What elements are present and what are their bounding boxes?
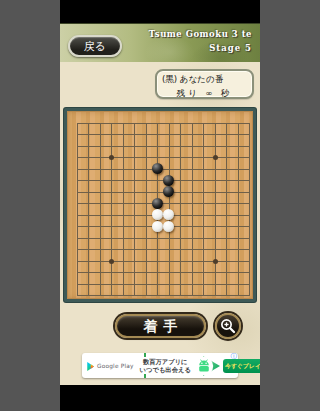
ad-divider-dash-bottom — [144, 374, 146, 378]
magnifier-plus-icon — [217, 317, 239, 335]
white-stone — [152, 221, 163, 232]
grid-line-vertical — [192, 123, 193, 296]
grid-line-horizontal — [77, 146, 250, 147]
grid-line-vertical — [100, 123, 101, 296]
grid-line-horizontal — [77, 284, 250, 285]
grid-line-vertical — [215, 123, 216, 296]
grid-line-horizontal — [77, 272, 250, 273]
grid-line-horizontal — [77, 169, 250, 170]
game-title: Tsume Gomoku 3 te — [149, 29, 252, 39]
grid-line-horizontal — [77, 249, 250, 250]
grid-line-vertical — [134, 123, 135, 296]
grid-line-vertical — [203, 123, 204, 296]
grid-line-vertical — [88, 123, 89, 296]
grid-line-vertical — [146, 123, 147, 296]
turn-text: (黒) あなたの番 — [162, 74, 247, 86]
ad-cta-button[interactable]: 今すぐプレイ — [223, 359, 260, 373]
black-stone — [152, 198, 163, 209]
grid-line-horizontal — [77, 295, 250, 296]
ad-copy: 数百万アプリに いつでも出会える — [140, 358, 191, 373]
grid-line-horizontal — [77, 134, 250, 135]
grid-line-horizontal — [77, 261, 250, 262]
status-bar — [60, 0, 260, 23]
time-remaining: 残り ∞ 秒 — [162, 88, 247, 100]
play-move-button[interactable]: 着手 — [115, 314, 206, 338]
ad-copy-line1: 数百万アプリに — [140, 358, 191, 366]
star-point — [213, 259, 218, 264]
grid-line-horizontal — [77, 157, 250, 158]
zoom-board-button[interactable] — [215, 313, 241, 339]
star-point — [109, 259, 114, 264]
back-button[interactable]: 戻る — [68, 35, 122, 57]
ad-banner[interactable]: Google Play 数百万アプリに いつでも出会える — [82, 353, 238, 378]
ad-divider-dash-top — [144, 353, 146, 357]
android-nav-bar — [60, 385, 260, 411]
turn-info-box: (黒) あなたの番 残り ∞ 秒 — [155, 69, 254, 99]
grid-line-vertical — [226, 123, 227, 296]
grid-line-vertical — [249, 123, 250, 296]
android-robot-graphic — [194, 355, 221, 377]
white-stone — [152, 209, 163, 220]
grid-line-horizontal — [77, 203, 250, 204]
ad-copy-line2: いつでも出会える — [140, 366, 191, 374]
grid-line-horizontal — [77, 123, 250, 124]
grid-line-vertical — [238, 123, 239, 296]
white-stone — [163, 221, 174, 232]
white-stone — [163, 209, 174, 220]
grid-line-vertical — [77, 123, 78, 296]
header-bar: 戻る Tsume Gomoku 3 te Stage 5 — [60, 23, 260, 62]
black-stone — [152, 163, 163, 174]
grid-line-vertical — [180, 123, 181, 296]
grid-line-horizontal — [77, 238, 250, 239]
google-play-logo: Google Play — [87, 356, 134, 375]
black-stone — [163, 175, 174, 186]
black-stone — [163, 186, 174, 197]
google-play-label: Google Play — [97, 363, 134, 369]
gomoku-board[interactable] — [64, 108, 256, 302]
grid-line-vertical — [111, 123, 112, 296]
star-point — [109, 155, 114, 160]
grid-line-vertical — [123, 123, 124, 296]
app-screen: 戻る Tsume Gomoku 3 te Stage 5 (黒) あなたの番 残… — [60, 0, 260, 411]
play-triangle-icon — [87, 356, 95, 375]
stage-label: Stage 5 — [149, 43, 252, 53]
ad-info-icon[interactable]: ⓘ — [231, 353, 238, 360]
page-title: Tsume Gomoku 3 te Stage 5 — [149, 29, 252, 53]
star-point — [213, 155, 218, 160]
